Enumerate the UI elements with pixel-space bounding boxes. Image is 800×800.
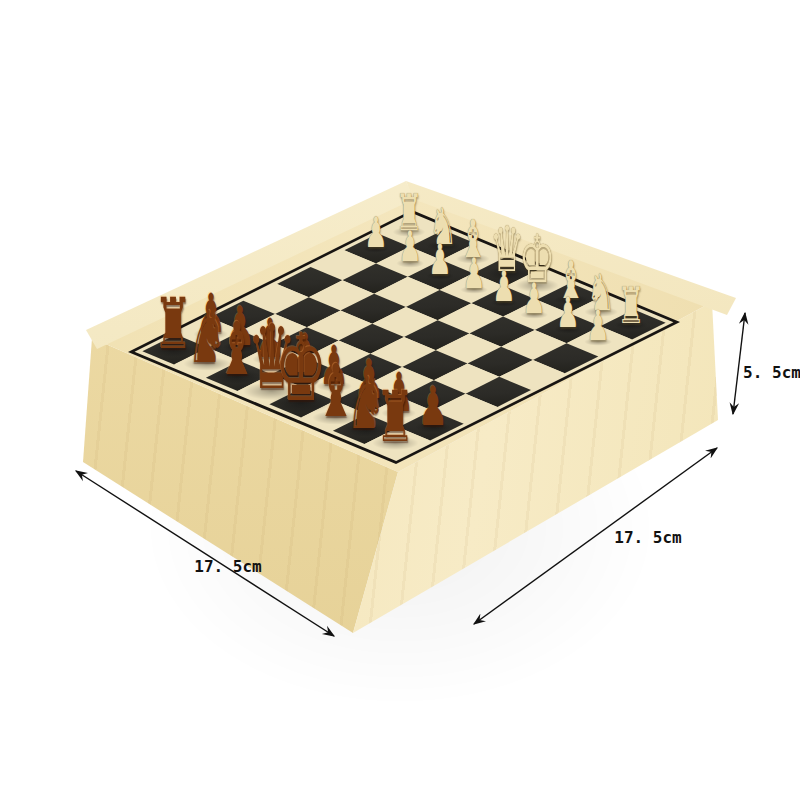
product-photo: ♜♞♝♛♚♝♞♜♟♟♟♟♟♟♟♟♟♟♟♟♟♟♟♟♜♞♝♛♚♝♞♜ 17. 5cm…: [0, 0, 800, 800]
piece-shadow: [150, 343, 196, 357]
piece-shadow: [351, 395, 387, 406]
piece-shadow: [271, 394, 332, 413]
height-dimension-label: 5. 5cm: [743, 363, 800, 382]
piece-shadow: [381, 408, 417, 419]
piece-shadow: [372, 436, 418, 450]
piece-shadow: [193, 329, 229, 340]
piece-shadow: [486, 267, 528, 280]
piece-shadow: [317, 381, 353, 392]
width-dimension-arrow: [76, 471, 334, 636]
piece-shadow: [287, 368, 323, 379]
piece-shadow: [392, 227, 425, 237]
depth-dimension-label: 17. 5cm: [614, 528, 681, 547]
piece-shadow: [426, 241, 460, 251]
piece-shadow: [415, 422, 451, 433]
piece-shadow: [515, 279, 559, 292]
piece-shadow: [253, 354, 289, 365]
dimension-arrows: [0, 0, 800, 800]
piece-shadow: [223, 341, 259, 352]
piece-shadow: [615, 320, 648, 330]
piece-shadow: [584, 307, 618, 317]
piece-shadow: [213, 369, 261, 384]
piece-shadow: [312, 410, 360, 425]
width-dimension-label: 17. 5cm: [194, 557, 261, 576]
